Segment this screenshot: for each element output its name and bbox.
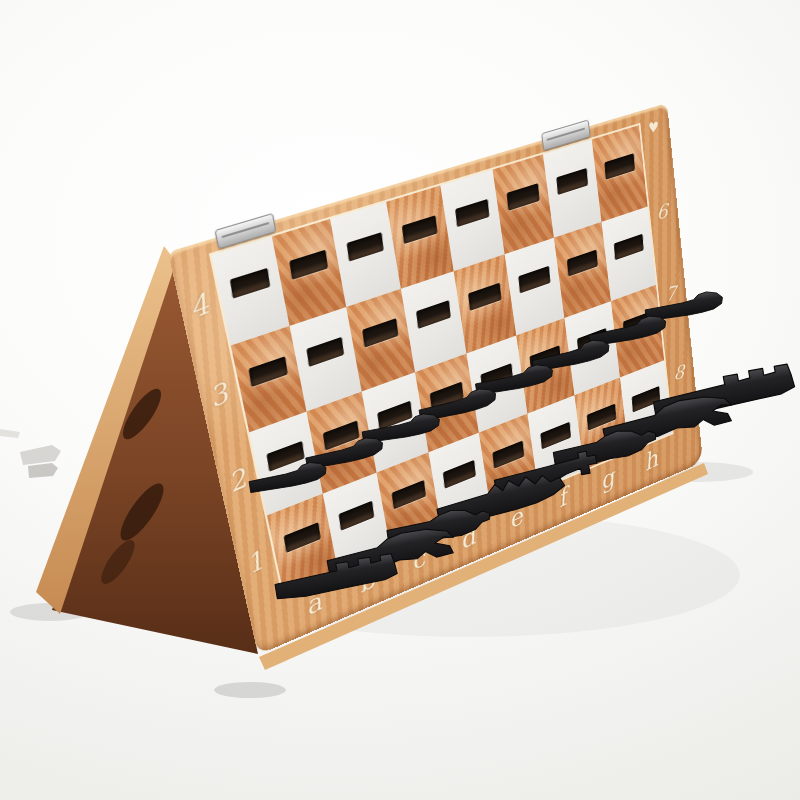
piece-black-pawn-a2[interactable]	[248, 460, 328, 492]
pieces-overlay	[0, 0, 800, 800]
piece-black-pawn-h2[interactable]	[644, 290, 724, 321]
product-photo-scene: 4321abcdefgh♥678	[0, 0, 800, 800]
